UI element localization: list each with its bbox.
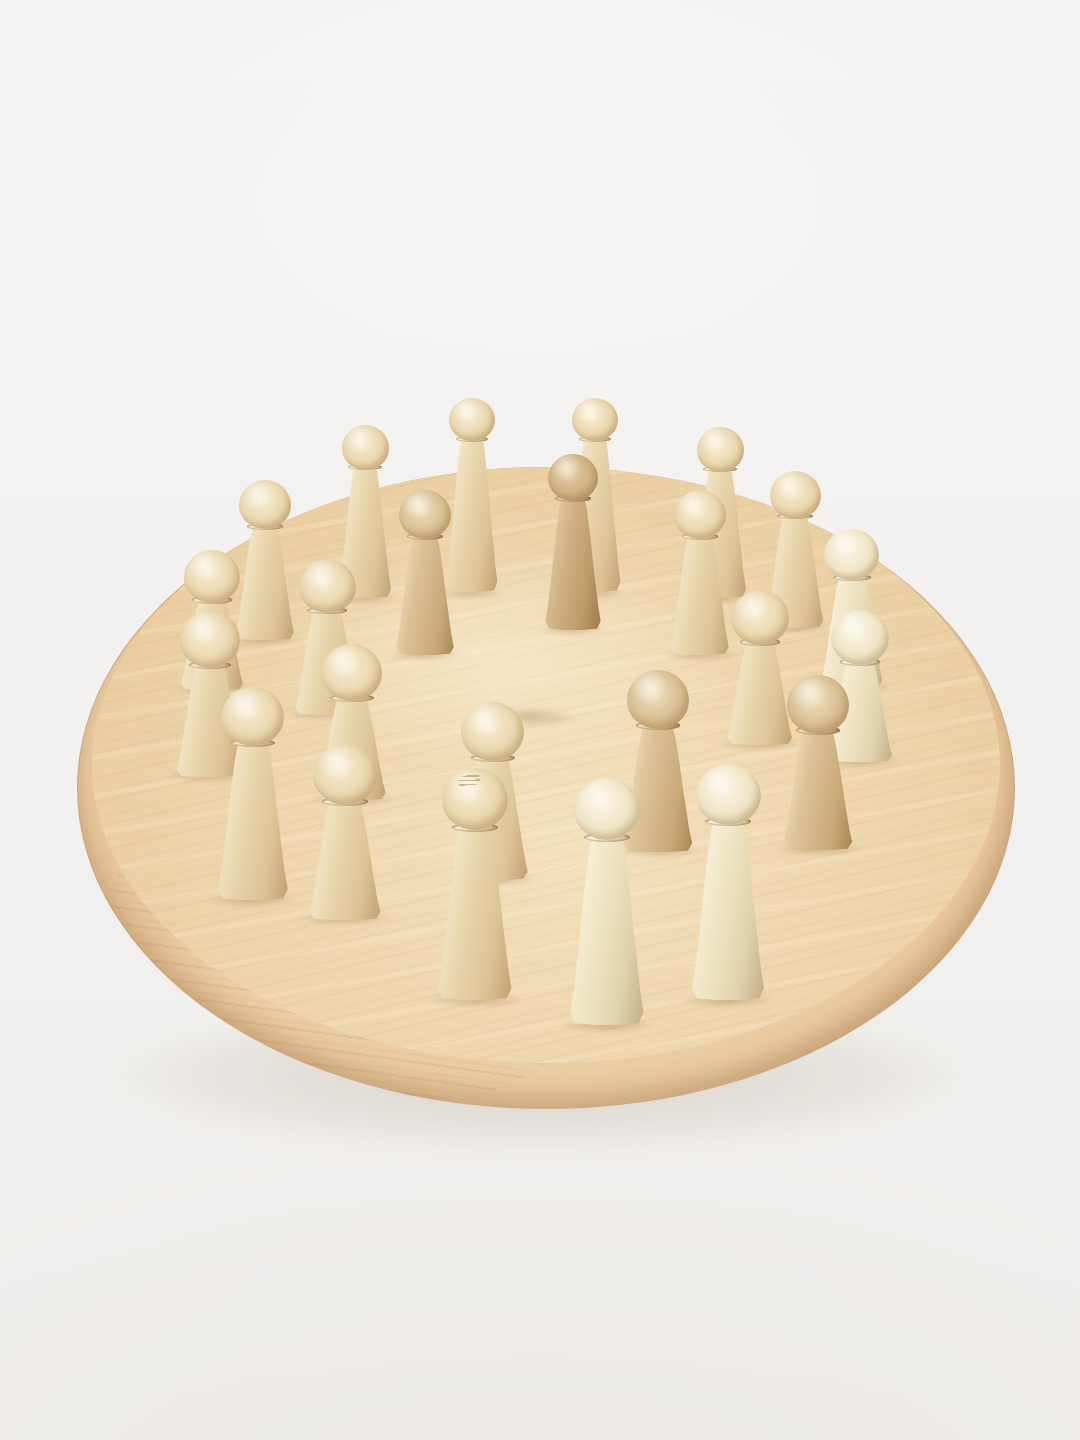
peg-body — [690, 825, 767, 1000]
memory-peg[interactable] — [216, 687, 290, 900]
peg-head — [221, 687, 284, 746]
peg-body — [394, 539, 455, 655]
peg-body — [216, 746, 290, 900]
memory-peg[interactable] — [568, 778, 646, 1025]
peg-body — [669, 539, 730, 655]
peg-head — [342, 425, 389, 469]
peg-head — [697, 427, 744, 471]
peg-head — [696, 764, 761, 825]
peg-head — [399, 490, 451, 539]
peg-head — [313, 744, 377, 804]
peg-head — [770, 471, 821, 519]
peg-body — [436, 830, 514, 1000]
peg-head — [627, 670, 689, 728]
peg-head — [461, 702, 524, 761]
peg-head — [449, 398, 495, 441]
memory-peg[interactable] — [307, 744, 382, 920]
memory-peg[interactable] — [394, 490, 455, 655]
die-top-face — [486, 588, 578, 673]
memory-peg[interactable] — [436, 768, 514, 1000]
peg-head — [548, 454, 598, 501]
peg-head — [824, 529, 879, 581]
peg-head — [321, 644, 382, 701]
peg-body — [307, 805, 382, 920]
peg-head — [180, 611, 240, 667]
peg-head — [184, 550, 240, 603]
peg-head — [299, 560, 356, 614]
product-photo-scene — [0, 0, 1080, 1440]
peg-head — [239, 480, 291, 529]
peg-head — [731, 590, 789, 645]
peg-body — [782, 734, 855, 850]
peg-body — [568, 840, 646, 1025]
peg-head — [831, 610, 889, 665]
peg-head — [674, 490, 726, 539]
peg-head — [574, 778, 640, 840]
memory-peg[interactable] — [690, 764, 767, 1000]
peg-head — [572, 398, 618, 441]
memory-peg[interactable] — [782, 675, 855, 850]
peg-head — [787, 675, 849, 733]
memory-peg[interactable] — [669, 490, 730, 655]
